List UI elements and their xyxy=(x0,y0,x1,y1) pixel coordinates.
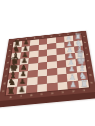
coordinate-label: 7 xyxy=(20,95,22,98)
square-g4 xyxy=(47,75,57,83)
coordinate-label: g xyxy=(89,74,91,77)
piece-black-P: ♟ xyxy=(19,58,28,65)
coordinate-label: d xyxy=(86,54,88,56)
square-h6 xyxy=(26,84,37,93)
square-e8: ♚ xyxy=(9,65,19,73)
piece-white-P: ♟ xyxy=(66,53,75,60)
square-d6 xyxy=(28,57,37,64)
square-d3 xyxy=(56,54,66,61)
coordinate-label: f xyxy=(89,67,90,69)
piece-white-P: ♟ xyxy=(68,81,79,89)
coordinate-label: 5 xyxy=(41,93,43,96)
square-h3 xyxy=(57,81,68,90)
coordinate-label: h xyxy=(90,82,93,85)
piece-black-R: ♜ xyxy=(6,86,16,95)
piece-white-P: ♟ xyxy=(66,59,76,66)
coordinate-label: a xyxy=(83,36,85,38)
coordinate-label: e xyxy=(87,60,89,62)
coordinate-label: 3 xyxy=(62,91,64,94)
coordinate-label: 2 xyxy=(72,90,74,93)
coordinate-label: d xyxy=(7,62,9,64)
coordinate-label: h xyxy=(2,90,4,93)
coordinate-label: 4 xyxy=(51,92,53,95)
product-photo: 87654321 87654321 abcdefgh abcdefgh ♜♟♟♜… xyxy=(0,0,95,126)
coordinate-label: f xyxy=(5,75,6,77)
chess-board: 87654321 87654321 abcdefgh abcdefgh ♜♟♟♜… xyxy=(0,31,95,108)
coordinate-label: b xyxy=(9,50,11,52)
coordinate-label: 6 xyxy=(30,94,32,97)
coordinate-label: 8 xyxy=(9,96,11,99)
piece-white-R: ♜ xyxy=(78,79,89,88)
square-h5 xyxy=(37,83,47,92)
square-h1: ♜ xyxy=(78,79,89,88)
coordinate-label: c xyxy=(8,56,10,58)
board-grid: ♜♟♟♜♞♟♟♞♝♟♟♝♛♟♟♛♚♟♟♚♝♟♟♝♞♟♟♞♜♟♟♜ xyxy=(6,35,89,96)
square-e2: ♟ xyxy=(66,59,76,67)
square-h4 xyxy=(47,82,57,91)
piece-black-K: ♚ xyxy=(9,62,19,72)
coordinate-label: g xyxy=(3,83,5,86)
coordinate-label: c xyxy=(85,47,87,49)
square-g7: ♟ xyxy=(17,78,28,86)
coordinate-label: b xyxy=(84,42,86,44)
coordinate-label: e xyxy=(6,68,8,70)
coordinate-label: a xyxy=(10,44,12,46)
coordinate-label: 1 xyxy=(83,89,86,92)
piece-black-P: ♟ xyxy=(16,86,26,94)
